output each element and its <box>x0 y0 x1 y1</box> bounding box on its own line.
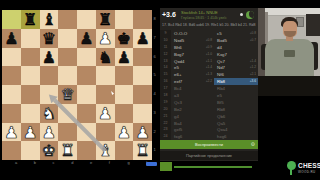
square-e8[interactable] <box>77 10 96 29</box>
coord-file-f: f <box>109 161 110 165</box>
move-row-10: 10Nxd5+0.8Bxd5+0.7 <box>160 37 258 44</box>
footer-green-block[interactable] <box>160 162 172 171</box>
webcam-shelf <box>306 14 320 36</box>
coord-file-d: d <box>71 161 73 165</box>
square-e2[interactable] <box>77 123 96 142</box>
square-g2[interactable]: ♟ <box>115 123 134 142</box>
square-d4[interactable]: ♛ <box>58 85 77 104</box>
engine-settings-icon[interactable] <box>240 13 243 16</box>
square-g3[interactable] <box>115 104 134 123</box>
square-f4[interactable] <box>96 85 115 104</box>
square-c3[interactable]: ♞ <box>40 104 59 123</box>
square-h1[interactable]: ♜ <box>133 141 152 160</box>
chesswood-logo: CHESS WOOD.RU <box>286 160 320 178</box>
square-e6[interactable] <box>77 48 96 67</box>
white-pawn-g2[interactable]: ♟ <box>115 123 134 142</box>
streamer-shirt <box>265 39 314 79</box>
square-c1[interactable]: ♚ <box>40 141 59 160</box>
square-a6[interactable] <box>2 48 21 67</box>
black-pawn-h7[interactable]: ♟ <box>133 29 152 48</box>
square-h2[interactable]: ♟ <box>133 123 152 142</box>
engine-header: +3.6 Stockfish 14+ NNUE Глубина 18/45 · … <box>162 10 256 23</box>
black-rook-f8[interactable]: ♜ <box>96 10 115 29</box>
square-b7[interactable] <box>21 29 40 48</box>
coord-rank-1: 1 <box>154 148 156 152</box>
white-pawn-b2[interactable]: ♟ <box>21 123 40 142</box>
square-b8[interactable]: ♜ <box>21 10 40 29</box>
coord-file-c: c <box>53 161 55 165</box>
square-b4[interactable] <box>21 85 40 104</box>
move-row-21: 21g4Qb6 <box>160 113 258 120</box>
move-row-15: 15e6++1.3Nf6+2.1 <box>160 71 258 78</box>
primary-banner-label: Воспроизвести <box>160 140 258 149</box>
square-e4[interactable] <box>77 85 96 104</box>
engine-depth: Глубина 18/45 · 1 414k узл/с <box>181 16 227 20</box>
coord-file-b: b <box>34 161 36 165</box>
white-bishop-f1[interactable]: ♝ <box>96 141 115 160</box>
black-bishop-c8[interactable]: ♝ <box>40 10 59 29</box>
square-a5[interactable] <box>2 66 21 85</box>
eval-score: +3.6 <box>162 11 176 18</box>
streamer-shirt-print <box>284 50 295 57</box>
stream-frame: ♜♝♜♟♛♟♟♚♟♟♞♟♛♞♟♟♟♟♟♟♚♜♝♜ 87654321abcdefg… <box>0 0 320 180</box>
white-pawn-c2[interactable]: ♟ <box>40 123 59 142</box>
square-g1[interactable] <box>115 141 134 160</box>
secondary-banner-label: Партийное продолжение <box>160 151 258 160</box>
square-g5[interactable] <box>115 66 134 85</box>
square-c2[interactable]: ♟ <box>40 123 59 142</box>
logo-text-line2: WOOD.RU <box>298 170 316 174</box>
black-pawn-a7[interactable]: ♟ <box>2 29 21 48</box>
square-f7[interactable]: ♟ <box>96 29 115 48</box>
square-d6[interactable] <box>58 48 77 67</box>
black-pawn-g6[interactable]: ♟ <box>115 48 134 67</box>
square-g6[interactable]: ♟ <box>115 48 134 67</box>
board-scroll-indicator[interactable] <box>146 162 157 166</box>
square-f6[interactable]: ♞ <box>96 48 115 67</box>
engine-name: Stockfish 14+ NNUE <box>181 10 218 15</box>
square-h8[interactable] <box>133 10 152 29</box>
move-row-14: 14e5+1.4Nd7+1.2 <box>160 64 258 71</box>
white-pawn-f7[interactable]: ♟ <box>96 29 115 48</box>
move-number: 24 <box>160 133 171 140</box>
square-d1[interactable]: ♜ <box>58 141 77 160</box>
coord-rank-4: 4 <box>154 92 156 96</box>
coord-rank-6: 6 <box>154 55 156 59</box>
move-row-11: 11Bh6+0.9d4 <box>160 44 258 51</box>
white-pawn-a2[interactable]: ♟ <box>2 123 21 142</box>
square-b5[interactable] <box>21 66 40 85</box>
square-b6[interactable] <box>21 48 40 67</box>
square-d2[interactable] <box>58 123 77 142</box>
tree-pawn-icon <box>286 161 296 175</box>
banner-gear-icon[interactable]: ⚙ <box>251 142 255 147</box>
move-row-9: 9O-O-Oc5+0.8 <box>160 30 258 37</box>
coord-rank-2: 2 <box>154 130 156 134</box>
square-h4[interactable] <box>133 85 152 104</box>
square-d3[interactable] <box>58 104 77 123</box>
square-a8[interactable] <box>2 10 21 29</box>
secondary-banner[interactable]: Партийное продолжение <box>160 151 258 160</box>
square-f5[interactable] <box>96 66 115 85</box>
move-row-19: 19Qc3Bf5 <box>160 99 258 106</box>
square-c8[interactable]: ♝ <box>40 10 59 29</box>
square-f1[interactable]: ♝ <box>96 141 115 160</box>
white-pawn-f3[interactable]: ♟ <box>96 104 115 123</box>
square-e3[interactable] <box>77 104 96 123</box>
coord-rank-7: 7 <box>154 36 156 40</box>
square-c4[interactable] <box>40 85 59 104</box>
square-g7[interactable]: ♚ <box>115 29 134 48</box>
engine-toggle-icon[interactable] <box>246 11 254 19</box>
black-pawn-c6[interactable]: ♟ <box>40 48 59 67</box>
webcam-feed <box>258 8 320 96</box>
square-e7[interactable]: ♟ <box>77 29 96 48</box>
black-king-g7[interactable]: ♚ <box>115 29 134 48</box>
move-24-black[interactable]: hxg6 <box>214 133 258 140</box>
square-c7[interactable]: ♛ <box>40 29 59 48</box>
black-queen-c7[interactable]: ♛ <box>40 29 59 48</box>
streamer-beard <box>284 31 296 37</box>
square-h3[interactable] <box>133 104 152 123</box>
square-a1[interactable] <box>2 141 21 160</box>
move-row-24: 24fxg6hxg6 <box>160 133 258 140</box>
move-row-18: 18a3e5 <box>160 92 258 99</box>
square-d5[interactable] <box>58 66 77 85</box>
white-knight-c3[interactable]: ♞ <box>40 104 59 123</box>
square-h5[interactable] <box>133 66 152 85</box>
white-rook-h1[interactable]: ♜ <box>133 141 152 160</box>
move-row-17: 17Bc4Rb4 <box>160 85 258 92</box>
white-queen-d4[interactable]: ♛ <box>58 85 77 104</box>
square-d8[interactable] <box>58 10 77 29</box>
chess-board[interactable]: ♜♝♜♟♛♟♟♚♟♟♞♟♛♞♟♟♟♟♟♟♚♜♝♜ <box>2 10 152 160</box>
move-row-23: 23gxf5Qxa4 <box>160 126 258 133</box>
analysis-panel: +3.6 Stockfish 14+ NNUE Глубина 18/45 · … <box>160 8 258 161</box>
square-e1[interactable] <box>77 141 96 160</box>
move-row-13: 13Qxd4+1.1Qc7+1.4 <box>160 58 258 65</box>
white-rook-d1[interactable]: ♜ <box>58 141 77 160</box>
black-pawn-e7[interactable]: ♟ <box>77 29 96 48</box>
square-a7[interactable]: ♟ <box>2 29 21 48</box>
coord-file-a: a <box>15 161 17 165</box>
coord-rank-5: 5 <box>154 73 156 77</box>
square-d7[interactable] <box>58 29 77 48</box>
engine-pv-line[interactable]: 17. Bc4 Rb4 18. Bd6 axb6 19. Rfe1 b5 20.… <box>162 23 256 29</box>
square-c5[interactable] <box>40 66 59 85</box>
move-row-12: 12Bxg7+1.0Kxg7 <box>160 51 258 58</box>
square-b3[interactable] <box>21 104 40 123</box>
webcam-desk-foreground <box>258 76 320 96</box>
move-row-16: 16exf7+2.2Rb8+3.6 <box>160 78 258 85</box>
coord-file-e: e <box>90 161 92 165</box>
square-h6[interactable] <box>133 48 152 67</box>
square-a2[interactable]: ♟ <box>2 123 21 142</box>
square-f3[interactable]: ♟ <box>96 104 115 123</box>
move-row-22: 22Ba4Qa5 <box>160 120 258 127</box>
footer-progress-line <box>174 166 252 168</box>
square-b2[interactable]: ♟ <box>21 123 40 142</box>
square-a4[interactable] <box>2 85 21 104</box>
logo-text-line1: CHESS <box>298 162 320 169</box>
square-g4[interactable] <box>115 85 134 104</box>
square-c6[interactable]: ♟ <box>40 48 59 67</box>
square-h7[interactable]: ♟ <box>133 29 152 48</box>
square-g8[interactable] <box>115 10 134 29</box>
square-f2[interactable] <box>96 123 115 142</box>
primary-banner[interactable]: Воспроизвести ⚙ <box>160 140 258 149</box>
move-24-white[interactable]: fxg6 <box>171 133 214 140</box>
square-a3[interactable] <box>2 104 21 123</box>
coord-rank-8: 8 <box>154 17 156 21</box>
white-king-c1[interactable]: ♚ <box>40 141 59 160</box>
coord-rank-3: 3 <box>154 111 156 115</box>
square-f8[interactable]: ♜ <box>96 10 115 29</box>
square-b1[interactable] <box>21 141 40 160</box>
white-pawn-h2[interactable]: ♟ <box>133 123 152 142</box>
black-rook-b8[interactable]: ♜ <box>21 10 40 29</box>
move-list[interactable]: 9O-O-Oc5+0.810Nxd5+0.8Bxd5+0.711Bh6+0.9d… <box>160 30 258 140</box>
square-e5[interactable] <box>77 66 96 85</box>
black-knight-f6[interactable]: ♞ <box>96 48 115 67</box>
coord-file-g: g <box>128 161 130 165</box>
move-row-20: 20Be2Rb8 <box>160 106 258 113</box>
